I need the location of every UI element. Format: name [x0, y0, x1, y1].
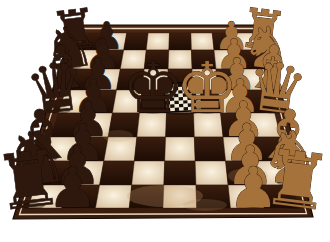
black-pawn-r7-c1[interactable]: ♟	[48, 155, 98, 220]
white-rook-r7-c7[interactable]: ♜	[258, 132, 330, 229]
sepia-stain	[183, 199, 227, 211]
chess-illustration: ♜♟♟♜♞♟♟♞♝♟♟♝♛♟♚♚♟♛♟♟♝♟♟♝♞♟♟♞♜♟♟♜	[0, 0, 330, 242]
square-r5-c4[interactable]	[165, 137, 195, 161]
square-r6-c3[interactable]	[132, 161, 165, 185]
square-r6-c4[interactable]	[164, 161, 196, 185]
perspective-chessboard: ♜♟♟♜♞♟♟♞♝♟♟♝♛♟♚♚♟♛♟♟♝♟♟♝♞♟♟♞♜♟♟♜	[0, 0, 330, 242]
square-r5-c3[interactable]	[134, 137, 165, 161]
